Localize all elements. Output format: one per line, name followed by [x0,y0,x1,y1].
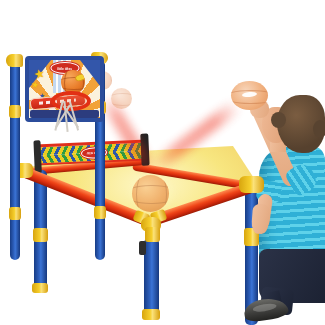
table-right-corner-joint [239,176,264,193]
front-leg-clip [139,241,146,255]
ball-in-hand [231,81,268,110]
bouncing-ball [132,175,169,212]
backboard-left-pole [10,62,20,260]
product-photo-stage: little tikes ★ ★ ★ little [0,0,325,325]
left-pole-band-upper [9,105,21,118]
boy-hair-curl-back [313,120,325,138]
shoe-panel [252,302,277,313]
table-front-leg [144,238,159,314]
table-left-leg-foot [32,283,48,293]
left-pole-band-lower [9,207,21,220]
right-pole-band-lower [94,206,106,219]
boy-hair-curl-front [271,112,286,128]
table-left-leg-band [33,228,48,242]
table-front-leg-foot [142,309,160,320]
hoop-net [52,101,84,134]
ghost-ball-lower [111,88,132,109]
net-left-clip [33,140,41,173]
front-corner-stem [145,227,160,242]
backboard-left-elbow [6,54,23,67]
backboard-logo-text: little tikes [57,66,72,70]
